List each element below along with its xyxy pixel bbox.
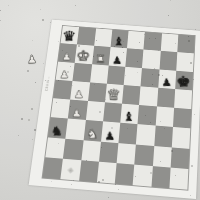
photo-speckle	[70, 66, 71, 67]
photo-speckle	[137, 61, 138, 62]
photo-speckle	[28, 119, 30, 121]
piece-black-pawn: ♟	[161, 77, 171, 87]
photo-speckle	[190, 195, 191, 196]
maker-mark-icon: ◈	[67, 165, 74, 174]
photo-speckle	[154, 68, 155, 69]
square-d6	[107, 65, 126, 85]
photo-speckle	[150, 172, 152, 174]
square-h5	[174, 89, 192, 109]
square-f4	[138, 105, 157, 126]
photo-speckle	[139, 42, 140, 43]
photo-speckle	[101, 147, 102, 148]
photo-speckle	[86, 59, 87, 60]
square-e5	[122, 85, 141, 105]
square-d7: ♟	[109, 47, 127, 66]
square-b4: ♟	[68, 100, 88, 121]
photo-speckle	[0, 20, 1, 21]
photo-speckle	[62, 50, 63, 51]
square-f3	[136, 124, 155, 145]
photo-speckle	[56, 102, 57, 103]
piece-black-bishop: ♝	[123, 111, 135, 123]
photo-speckle	[40, 9, 41, 10]
photo-speckle	[45, 80, 46, 81]
board-brand-text: Chess…	[44, 75, 51, 91]
photo-speckle	[73, 180, 74, 181]
square-f8	[144, 32, 162, 51]
square-g6: ♟	[158, 69, 176, 89]
square-c4	[85, 101, 104, 122]
photo-speckle	[108, 197, 109, 198]
photo-speckle	[86, 160, 87, 161]
photo-speckle	[152, 74, 153, 75]
photo-speckle	[114, 46, 115, 47]
photo-speckle	[70, 106, 71, 107]
photo-speckle	[58, 143, 59, 144]
photo-speckle	[190, 62, 192, 64]
piece-black-pawn: ♟	[104, 130, 114, 141]
square-e4: ♝	[120, 104, 139, 125]
photo-speckle	[164, 128, 165, 129]
photo-speckle	[188, 36, 189, 37]
square-f7	[142, 50, 160, 69]
piece-white-pawn: ♟	[62, 51, 72, 61]
photo-speckle	[42, 19, 44, 21]
photo-speckle	[105, 99, 106, 100]
photo-speckle	[78, 45, 80, 47]
photo-speckle	[150, 122, 151, 123]
photo-speckle	[155, 38, 156, 39]
square-f6	[141, 68, 159, 88]
photo-speckle	[170, 0, 171, 1]
square-d4	[103, 102, 122, 123]
photo-speckle	[34, 129, 36, 131]
square-b5: ♟	[70, 81, 89, 101]
photo-speckle	[145, 115, 146, 116]
photo-speckle	[175, 43, 176, 44]
photo-speckle	[35, 82, 36, 83]
photo-speckle	[94, 84, 95, 85]
square-h3	[172, 127, 191, 148]
square-c2	[81, 140, 101, 162]
square-c1	[79, 160, 99, 182]
photo-speckle	[158, 50, 159, 51]
photo-speckle	[135, 176, 136, 177]
photo-speckle	[115, 184, 116, 185]
square-f5	[139, 86, 158, 106]
photo-speckle	[127, 128, 128, 129]
photo-speckle	[171, 150, 173, 152]
photo-speckle	[125, 75, 126, 76]
photo-speckle	[191, 165, 193, 167]
photo-speckle	[67, 71, 69, 73]
photo-speckle	[93, 56, 94, 57]
photo-speckle	[195, 29, 196, 30]
photo-speckle	[32, 139, 33, 140]
photo-speckle	[71, 184, 72, 185]
square-e6	[124, 66, 143, 86]
photo-speckle	[137, 72, 138, 73]
square-h6: ♚	[175, 70, 193, 90]
photo-speckle	[51, 181, 52, 182]
photo-speckle	[160, 161, 161, 162]
square-c3: ♞	[83, 120, 103, 141]
square-g7	[159, 51, 177, 70]
photo-speckle	[31, 108, 33, 110]
photo-speckle	[27, 70, 29, 72]
photo-speckle	[58, 80, 59, 81]
photo-speckle	[21, 118, 23, 120]
square-b7: ♚	[75, 45, 94, 64]
photo-speckle	[175, 175, 176, 176]
photo-speckle	[160, 121, 161, 122]
photo-speckle	[149, 38, 150, 39]
photo-speckle	[111, 127, 113, 129]
photo-speckle	[72, 85, 73, 86]
square-g4	[155, 106, 174, 127]
photo-speckle	[28, 63, 29, 64]
photo-speckle	[152, 84, 153, 85]
square-g5	[157, 87, 175, 107]
photo-speckle	[32, 40, 33, 41]
square-b2	[63, 138, 83, 160]
photo-speckle	[123, 52, 124, 53]
photo-speckle	[43, 63, 44, 64]
piece-black-pawn: ♟	[112, 55, 122, 65]
square-h2	[170, 147, 189, 169]
square-b8	[77, 27, 96, 46]
photo-speckle	[188, 40, 190, 42]
photo-speckle	[194, 114, 195, 115]
photo-speckle	[50, 22, 51, 23]
photo-speckle	[144, 34, 145, 35]
photo-speckle	[96, 40, 97, 41]
photo-speckle	[162, 75, 163, 76]
photo-speckle	[98, 181, 100, 183]
photo-speckle	[193, 79, 194, 80]
square-c8	[94, 28, 112, 47]
square-d5: ♛	[105, 83, 124, 103]
square-e7	[125, 48, 143, 67]
photo-speckle	[18, 135, 19, 136]
photo-speckle	[168, 15, 169, 16]
photo-speckle	[122, 47, 123, 48]
square-g1	[151, 166, 170, 188]
square-e8	[127, 31, 145, 50]
square-e3	[118, 123, 137, 144]
photo-speckle	[58, 41, 59, 42]
square-c7: ♜	[92, 46, 111, 65]
piece-black-king: ♚	[176, 75, 191, 89]
square-f2	[135, 144, 154, 166]
square-e1	[115, 163, 135, 185]
photo-speckle	[53, 135, 54, 136]
square-h8	[177, 35, 195, 54]
photo-speckle	[118, 189, 119, 190]
piece-white-queen: ♛	[106, 88, 120, 102]
square-d2	[99, 141, 119, 163]
square-h4	[173, 108, 191, 129]
captured-white-pawn-icon: ♟	[27, 53, 38, 67]
piece-white-pawn: ♟	[72, 108, 82, 118]
photo-speckle	[123, 41, 124, 42]
square-b3	[66, 119, 86, 140]
photo-speckle	[0, 10, 1, 11]
photo-speckle	[99, 111, 101, 113]
square-e2	[117, 143, 137, 165]
piece-white-knight: ♞	[86, 127, 98, 139]
square-h1	[169, 167, 188, 189]
photo-chess-scene: Chess… ♛♝♟♚♜♟♟♟♚♟♛♟♝♞♞♟◈ ♟	[0, 0, 200, 200]
square-g2	[152, 146, 171, 168]
piece-white-pawn: ♟	[74, 89, 84, 99]
square-c6	[90, 64, 109, 84]
photo-speckle	[102, 179, 104, 181]
square-b1: ◈	[61, 159, 81, 181]
square-b6	[73, 63, 92, 83]
photo-speckle	[8, 5, 9, 6]
square-c5	[88, 82, 107, 102]
photo-speckle	[158, 74, 160, 76]
piece-white-rook: ♜	[95, 53, 106, 64]
piece-white-king: ♚	[76, 49, 90, 63]
board-grid: ♛♝♟♚♜♟♟♟♚♟♛♟♝♞♞♟◈	[42, 25, 196, 191]
photo-speckle	[75, 5, 76, 6]
piece-black-queen: ♛	[62, 30, 76, 43]
square-d3: ♟	[101, 122, 120, 143]
